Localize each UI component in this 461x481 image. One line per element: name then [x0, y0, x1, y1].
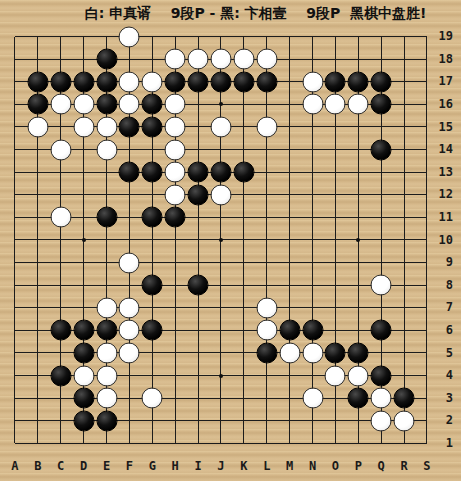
intersection-F19[interactable] [118, 25, 141, 48]
intersection-A6[interactable] [4, 319, 27, 342]
intersection-L11[interactable] [255, 206, 278, 229]
intersection-L9[interactable] [255, 251, 278, 274]
intersection-H16[interactable] [164, 93, 187, 116]
intersection-P12[interactable] [347, 183, 370, 206]
intersection-B11[interactable] [26, 206, 49, 229]
intersection-P2[interactable] [347, 409, 370, 432]
intersection-A9[interactable] [4, 251, 27, 274]
intersection-P3[interactable] [347, 387, 370, 410]
intersection-C9[interactable] [49, 251, 72, 274]
intersection-Q16[interactable] [370, 93, 393, 116]
intersection-H6[interactable] [164, 319, 187, 342]
intersection-L13[interactable] [255, 161, 278, 184]
intersection-F10[interactable] [118, 229, 141, 252]
intersection-G19[interactable] [141, 25, 164, 48]
intersection-K19[interactable] [232, 25, 255, 48]
intersection-H2[interactable] [164, 409, 187, 432]
intersection-E8[interactable] [95, 274, 118, 297]
intersection-N18[interactable] [301, 48, 324, 71]
intersection-E17[interactable] [95, 70, 118, 93]
intersection-M18[interactable] [278, 48, 301, 71]
intersection-L3[interactable] [255, 387, 278, 410]
intersection-Q18[interactable] [370, 48, 393, 71]
intersection-C4[interactable] [49, 364, 72, 387]
intersection-F16[interactable] [118, 93, 141, 116]
intersection-G12[interactable] [141, 183, 164, 206]
intersection-N10[interactable] [301, 229, 324, 252]
intersection-C3[interactable] [49, 387, 72, 410]
intersection-K2[interactable] [232, 409, 255, 432]
intersection-F3[interactable] [118, 387, 141, 410]
intersection-B10[interactable] [26, 229, 49, 252]
intersection-K1[interactable] [232, 432, 255, 455]
intersection-F18[interactable] [118, 48, 141, 71]
intersection-Q9[interactable] [370, 251, 393, 274]
intersection-D3[interactable] [72, 387, 95, 410]
intersection-L5[interactable] [255, 342, 278, 365]
intersection-E6[interactable] [95, 319, 118, 342]
intersection-K5[interactable] [232, 342, 255, 365]
intersection-F15[interactable] [118, 116, 141, 139]
intersection-P6[interactable] [347, 319, 370, 342]
intersection-D5[interactable] [72, 342, 95, 365]
intersection-M9[interactable] [278, 251, 301, 274]
intersection-L7[interactable] [255, 296, 278, 319]
intersection-Q2[interactable] [370, 409, 393, 432]
intersection-I17[interactable] [187, 70, 210, 93]
intersection-J16[interactable] [210, 93, 233, 116]
intersection-E12[interactable] [95, 183, 118, 206]
intersection-Q11[interactable] [370, 206, 393, 229]
intersection-B13[interactable] [26, 161, 49, 184]
intersection-H8[interactable] [164, 274, 187, 297]
intersection-F6[interactable] [118, 319, 141, 342]
intersection-R19[interactable] [393, 25, 416, 48]
intersection-G3[interactable] [141, 387, 164, 410]
intersection-R8[interactable] [393, 274, 416, 297]
intersection-J15[interactable] [210, 116, 233, 139]
intersection-Q15[interactable] [370, 116, 393, 139]
intersection-O13[interactable] [324, 161, 347, 184]
intersection-N14[interactable] [301, 138, 324, 161]
intersection-R3[interactable] [393, 387, 416, 410]
intersection-Q1[interactable] [370, 432, 393, 455]
intersection-D11[interactable] [72, 206, 95, 229]
intersection-L1[interactable] [255, 432, 278, 455]
intersection-R5[interactable] [393, 342, 416, 365]
intersection-J7[interactable] [210, 296, 233, 319]
intersection-J17[interactable] [210, 70, 233, 93]
intersection-A14[interactable] [4, 138, 27, 161]
intersection-F2[interactable] [118, 409, 141, 432]
intersection-L16[interactable] [255, 93, 278, 116]
intersection-N2[interactable] [301, 409, 324, 432]
intersection-H15[interactable] [164, 116, 187, 139]
intersection-G5[interactable] [141, 342, 164, 365]
intersection-F13[interactable] [118, 161, 141, 184]
intersection-J11[interactable] [210, 206, 233, 229]
intersection-I3[interactable] [187, 387, 210, 410]
intersection-G18[interactable] [141, 48, 164, 71]
intersection-Q12[interactable] [370, 183, 393, 206]
intersection-K15[interactable] [232, 116, 255, 139]
intersection-O19[interactable] [324, 25, 347, 48]
intersection-I2[interactable] [187, 409, 210, 432]
intersection-K13[interactable] [232, 161, 255, 184]
intersection-O16[interactable] [324, 93, 347, 116]
intersection-O11[interactable] [324, 206, 347, 229]
intersection-I8[interactable] [187, 274, 210, 297]
intersection-D2[interactable] [72, 409, 95, 432]
intersection-I9[interactable] [187, 251, 210, 274]
intersection-I10[interactable] [187, 229, 210, 252]
intersection-A5[interactable] [4, 342, 27, 365]
intersection-B7[interactable] [26, 296, 49, 319]
intersection-P17[interactable] [347, 70, 370, 93]
intersection-C10[interactable] [49, 229, 72, 252]
intersection-K17[interactable] [232, 70, 255, 93]
intersection-I18[interactable] [187, 48, 210, 71]
intersection-F8[interactable] [118, 274, 141, 297]
intersection-O14[interactable] [324, 138, 347, 161]
intersection-L17[interactable] [255, 70, 278, 93]
intersection-C12[interactable] [49, 183, 72, 206]
intersection-A8[interactable] [4, 274, 27, 297]
intersection-G4[interactable] [141, 364, 164, 387]
intersection-C1[interactable] [49, 432, 72, 455]
intersection-O5[interactable] [324, 342, 347, 365]
intersection-J13[interactable] [210, 161, 233, 184]
intersection-N19[interactable] [301, 25, 324, 48]
intersection-M14[interactable] [278, 138, 301, 161]
intersection-H11[interactable] [164, 206, 187, 229]
intersection-I16[interactable] [187, 93, 210, 116]
intersection-A13[interactable] [4, 161, 27, 184]
intersection-H12[interactable] [164, 183, 187, 206]
intersection-B6[interactable] [26, 319, 49, 342]
intersection-Q3[interactable] [370, 387, 393, 410]
intersection-I11[interactable] [187, 206, 210, 229]
intersection-I19[interactable] [187, 25, 210, 48]
intersection-E1[interactable] [95, 432, 118, 455]
intersection-G16[interactable] [141, 93, 164, 116]
intersection-R11[interactable] [393, 206, 416, 229]
intersection-P13[interactable] [347, 161, 370, 184]
intersection-E3[interactable] [95, 387, 118, 410]
intersection-K16[interactable] [232, 93, 255, 116]
intersection-A17[interactable] [4, 70, 27, 93]
intersection-R1[interactable] [393, 432, 416, 455]
intersection-L2[interactable] [255, 409, 278, 432]
intersection-A4[interactable] [4, 364, 27, 387]
intersection-N7[interactable] [301, 296, 324, 319]
intersection-B4[interactable] [26, 364, 49, 387]
intersection-D4[interactable] [72, 364, 95, 387]
intersection-M15[interactable] [278, 116, 301, 139]
intersection-L18[interactable] [255, 48, 278, 71]
intersection-D7[interactable] [72, 296, 95, 319]
intersection-N6[interactable] [301, 319, 324, 342]
intersection-M13[interactable] [278, 161, 301, 184]
intersection-H10[interactable] [164, 229, 187, 252]
intersection-B5[interactable] [26, 342, 49, 365]
intersection-A1[interactable] [4, 432, 27, 455]
intersection-E13[interactable] [95, 161, 118, 184]
intersection-P16[interactable] [347, 93, 370, 116]
intersection-G7[interactable] [141, 296, 164, 319]
intersection-L15[interactable] [255, 116, 278, 139]
intersection-D6[interactable] [72, 319, 95, 342]
intersection-K9[interactable] [232, 251, 255, 274]
intersection-C13[interactable] [49, 161, 72, 184]
intersection-J10[interactable] [210, 229, 233, 252]
intersection-J9[interactable] [210, 251, 233, 274]
intersection-M7[interactable] [278, 296, 301, 319]
intersection-A18[interactable] [4, 48, 27, 71]
intersection-O10[interactable] [324, 229, 347, 252]
intersection-M11[interactable] [278, 206, 301, 229]
intersection-A15[interactable] [4, 116, 27, 139]
intersection-L10[interactable] [255, 229, 278, 252]
intersection-G11[interactable] [141, 206, 164, 229]
intersection-K8[interactable] [232, 274, 255, 297]
intersection-P15[interactable] [347, 116, 370, 139]
intersection-F14[interactable] [118, 138, 141, 161]
intersection-R13[interactable] [393, 161, 416, 184]
intersection-N12[interactable] [301, 183, 324, 206]
intersection-E10[interactable] [95, 229, 118, 252]
intersection-P9[interactable] [347, 251, 370, 274]
intersection-K11[interactable] [232, 206, 255, 229]
intersection-G9[interactable] [141, 251, 164, 274]
intersection-E2[interactable] [95, 409, 118, 432]
intersection-R18[interactable] [393, 48, 416, 71]
intersection-M16[interactable] [278, 93, 301, 116]
intersection-R2[interactable] [393, 409, 416, 432]
intersection-O3[interactable] [324, 387, 347, 410]
intersection-D10[interactable] [72, 229, 95, 252]
intersection-O9[interactable] [324, 251, 347, 274]
intersection-G14[interactable] [141, 138, 164, 161]
intersection-O15[interactable] [324, 116, 347, 139]
intersection-Q13[interactable] [370, 161, 393, 184]
intersection-L4[interactable] [255, 364, 278, 387]
intersection-I6[interactable] [187, 319, 210, 342]
intersection-G17[interactable] [141, 70, 164, 93]
intersection-E7[interactable] [95, 296, 118, 319]
intersection-C11[interactable] [49, 206, 72, 229]
intersection-A19[interactable] [4, 25, 27, 48]
intersection-F1[interactable] [118, 432, 141, 455]
intersection-N11[interactable] [301, 206, 324, 229]
intersection-Q14[interactable] [370, 138, 393, 161]
intersection-H18[interactable] [164, 48, 187, 71]
intersection-Q6[interactable] [370, 319, 393, 342]
intersection-N17[interactable] [301, 70, 324, 93]
intersection-J12[interactable] [210, 183, 233, 206]
intersection-D14[interactable] [72, 138, 95, 161]
intersection-N16[interactable] [301, 93, 324, 116]
intersection-I12[interactable] [187, 183, 210, 206]
intersection-M1[interactable] [278, 432, 301, 455]
intersection-I1[interactable] [187, 432, 210, 455]
intersection-K10[interactable] [232, 229, 255, 252]
intersection-R17[interactable] [393, 70, 416, 93]
intersection-B14[interactable] [26, 138, 49, 161]
intersection-H14[interactable] [164, 138, 187, 161]
intersection-E18[interactable] [95, 48, 118, 71]
intersection-N3[interactable] [301, 387, 324, 410]
intersection-K7[interactable] [232, 296, 255, 319]
intersection-O7[interactable] [324, 296, 347, 319]
intersection-G1[interactable] [141, 432, 164, 455]
intersection-L12[interactable] [255, 183, 278, 206]
intersection-M12[interactable] [278, 183, 301, 206]
intersection-A10[interactable] [4, 229, 27, 252]
intersection-B18[interactable] [26, 48, 49, 71]
intersection-E5[interactable] [95, 342, 118, 365]
intersection-H17[interactable] [164, 70, 187, 93]
intersection-I5[interactable] [187, 342, 210, 365]
intersection-R4[interactable] [393, 364, 416, 387]
intersection-J5[interactable] [210, 342, 233, 365]
intersection-P7[interactable] [347, 296, 370, 319]
intersection-A7[interactable] [4, 296, 27, 319]
intersection-N1[interactable] [301, 432, 324, 455]
intersection-G15[interactable] [141, 116, 164, 139]
intersection-F12[interactable] [118, 183, 141, 206]
intersection-N5[interactable] [301, 342, 324, 365]
intersection-G13[interactable] [141, 161, 164, 184]
intersection-P14[interactable] [347, 138, 370, 161]
intersection-P1[interactable] [347, 432, 370, 455]
intersection-D19[interactable] [72, 25, 95, 48]
intersection-C6[interactable] [49, 319, 72, 342]
intersection-H7[interactable] [164, 296, 187, 319]
intersection-G6[interactable] [141, 319, 164, 342]
intersection-M3[interactable] [278, 387, 301, 410]
intersection-B1[interactable] [26, 432, 49, 455]
intersection-H13[interactable] [164, 161, 187, 184]
intersection-K18[interactable] [232, 48, 255, 71]
intersection-C19[interactable] [49, 25, 72, 48]
intersection-B16[interactable] [26, 93, 49, 116]
intersection-A3[interactable] [4, 387, 27, 410]
intersection-O17[interactable] [324, 70, 347, 93]
intersection-A2[interactable] [4, 409, 27, 432]
intersection-B19[interactable] [26, 25, 49, 48]
intersection-M5[interactable] [278, 342, 301, 365]
intersection-D15[interactable] [72, 116, 95, 139]
intersection-M6[interactable] [278, 319, 301, 342]
intersection-H4[interactable] [164, 364, 187, 387]
intersection-C5[interactable] [49, 342, 72, 365]
intersection-R6[interactable] [393, 319, 416, 342]
intersection-B12[interactable] [26, 183, 49, 206]
intersection-E16[interactable] [95, 93, 118, 116]
intersection-F4[interactable] [118, 364, 141, 387]
intersection-D8[interactable] [72, 274, 95, 297]
intersection-D17[interactable] [72, 70, 95, 93]
intersection-O2[interactable] [324, 409, 347, 432]
intersection-H3[interactable] [164, 387, 187, 410]
intersection-P19[interactable] [347, 25, 370, 48]
intersection-O18[interactable] [324, 48, 347, 71]
intersection-Q10[interactable] [370, 229, 393, 252]
intersection-F5[interactable] [118, 342, 141, 365]
intersection-Q8[interactable] [370, 274, 393, 297]
intersection-O12[interactable] [324, 183, 347, 206]
intersection-M10[interactable] [278, 229, 301, 252]
intersection-K6[interactable] [232, 319, 255, 342]
intersection-I7[interactable] [187, 296, 210, 319]
intersection-M8[interactable] [278, 274, 301, 297]
intersection-B2[interactable] [26, 409, 49, 432]
intersection-D9[interactable] [72, 251, 95, 274]
intersection-Q4[interactable] [370, 364, 393, 387]
intersection-O4[interactable] [324, 364, 347, 387]
intersection-N9[interactable] [301, 251, 324, 274]
intersection-C2[interactable] [49, 409, 72, 432]
intersection-H1[interactable] [164, 432, 187, 455]
intersection-N15[interactable] [301, 116, 324, 139]
intersection-N8[interactable] [301, 274, 324, 297]
intersection-F7[interactable] [118, 296, 141, 319]
intersection-R14[interactable] [393, 138, 416, 161]
intersection-J18[interactable] [210, 48, 233, 71]
intersection-R7[interactable] [393, 296, 416, 319]
intersection-A11[interactable] [4, 206, 27, 229]
intersection-J3[interactable] [210, 387, 233, 410]
intersection-Q7[interactable] [370, 296, 393, 319]
intersection-E15[interactable] [95, 116, 118, 139]
intersection-B17[interactable] [26, 70, 49, 93]
intersection-K12[interactable] [232, 183, 255, 206]
intersection-R15[interactable] [393, 116, 416, 139]
intersection-B3[interactable] [26, 387, 49, 410]
intersection-J19[interactable] [210, 25, 233, 48]
intersection-R12[interactable] [393, 183, 416, 206]
intersection-L6[interactable] [255, 319, 278, 342]
intersection-M2[interactable] [278, 409, 301, 432]
intersection-A12[interactable] [4, 183, 27, 206]
intersection-K3[interactable] [232, 387, 255, 410]
intersection-E19[interactable] [95, 25, 118, 48]
intersection-M19[interactable] [278, 25, 301, 48]
intersection-P5[interactable] [347, 342, 370, 365]
intersection-N13[interactable] [301, 161, 324, 184]
intersection-K14[interactable] [232, 138, 255, 161]
intersection-D12[interactable] [72, 183, 95, 206]
intersection-B8[interactable] [26, 274, 49, 297]
intersection-N4[interactable] [301, 364, 324, 387]
intersection-D18[interactable] [72, 48, 95, 71]
intersection-O1[interactable] [324, 432, 347, 455]
intersection-Q19[interactable] [370, 25, 393, 48]
intersection-J8[interactable] [210, 274, 233, 297]
intersection-L8[interactable] [255, 274, 278, 297]
intersection-L14[interactable] [255, 138, 278, 161]
intersection-J14[interactable] [210, 138, 233, 161]
intersection-F9[interactable] [118, 251, 141, 274]
intersection-J2[interactable] [210, 409, 233, 432]
intersection-J1[interactable] [210, 432, 233, 455]
intersection-C14[interactable] [49, 138, 72, 161]
intersection-H19[interactable] [164, 25, 187, 48]
intersection-G10[interactable] [141, 229, 164, 252]
intersection-D16[interactable] [72, 93, 95, 116]
intersection-P10[interactable] [347, 229, 370, 252]
